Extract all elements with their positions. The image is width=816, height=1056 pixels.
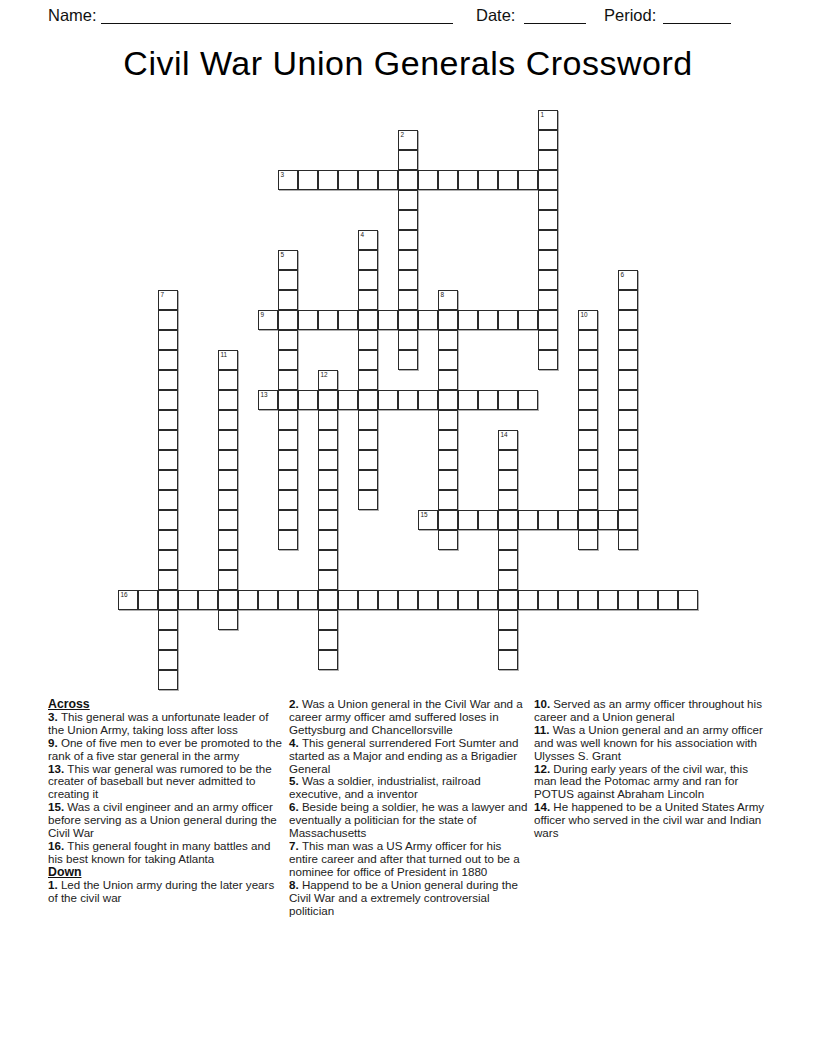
- grid-cell[interactable]: [378, 310, 398, 330]
- clue-item: 3. This general was a unfortunate leader…: [48, 711, 282, 737]
- clue-number: 5: [281, 251, 285, 258]
- grid-cell[interactable]: [418, 590, 438, 610]
- clue-column-3: 10. Served as an army officer throughout…: [534, 698, 770, 840]
- grid-cell[interactable]: [158, 410, 178, 430]
- clue-item: 5. Was a soldier, industrialist, railroa…: [289, 775, 530, 801]
- grid-cell[interactable]: [498, 490, 518, 510]
- grid-cell[interactable]: [398, 310, 418, 330]
- grid-cell[interactable]: [318, 610, 338, 630]
- grid-cell[interactable]: [578, 450, 598, 470]
- grid-cell[interactable]: [518, 590, 538, 610]
- clue-number: 14: [501, 431, 508, 438]
- grid-cell[interactable]: [278, 270, 298, 290]
- grid-cell[interactable]: [318, 390, 338, 410]
- grid-cell[interactable]: [358, 350, 378, 370]
- grid-cell[interactable]: [318, 470, 338, 490]
- grid-cell[interactable]: [478, 590, 498, 610]
- grid-cell[interactable]: [318, 650, 338, 670]
- grid-cell[interactable]: [158, 650, 178, 670]
- grid-cell[interactable]: [538, 210, 558, 230]
- grid-cell[interactable]: 15: [418, 510, 438, 530]
- grid-cell[interactable]: [418, 170, 438, 190]
- grid-cell[interactable]: [218, 370, 238, 390]
- grid-cell[interactable]: [278, 390, 298, 410]
- grid-cell[interactable]: [618, 310, 638, 330]
- grid-cell[interactable]: [618, 390, 638, 410]
- grid-cell[interactable]: [358, 310, 378, 330]
- grid-cell[interactable]: [278, 330, 298, 350]
- clue-column-2: 2. Was a Union general in the Civil War …: [289, 698, 530, 917]
- grid-cell[interactable]: [318, 570, 338, 590]
- grid-cell[interactable]: [318, 630, 338, 650]
- grid-cell[interactable]: [158, 630, 178, 650]
- grid-cell[interactable]: [498, 170, 518, 190]
- grid-cell[interactable]: 7: [158, 290, 178, 310]
- grid-cell[interactable]: [618, 590, 638, 610]
- grid-cell[interactable]: [478, 390, 498, 410]
- grid-cell[interactable]: [278, 290, 298, 310]
- grid-cell[interactable]: [618, 350, 638, 370]
- grid-cell[interactable]: [398, 250, 418, 270]
- grid-cell[interactable]: [358, 250, 378, 270]
- grid-cell[interactable]: [578, 350, 598, 370]
- grid-cell[interactable]: [158, 610, 178, 630]
- grid-cell[interactable]: 13: [258, 390, 278, 410]
- grid-cell[interactable]: [498, 470, 518, 490]
- grid-cell[interactable]: 1: [538, 110, 558, 130]
- grid-cell[interactable]: [298, 310, 318, 330]
- grid-cell[interactable]: [618, 430, 638, 450]
- clue-column-1: Across 3. This general was a unfortunate…: [48, 698, 282, 905]
- grid-cell[interactable]: [338, 590, 358, 610]
- grid-cell[interactable]: [438, 590, 458, 610]
- grid-cell[interactable]: [358, 170, 378, 190]
- grid-cell[interactable]: [278, 370, 298, 390]
- clue-number: 3: [281, 171, 285, 178]
- grid-cell[interactable]: 14: [498, 430, 518, 450]
- grid-cell[interactable]: [438, 370, 458, 390]
- grid-cell[interactable]: [378, 170, 398, 190]
- clue-number: 6: [621, 271, 625, 278]
- grid-cell[interactable]: 8: [438, 290, 458, 310]
- clue-number: 8: [441, 291, 445, 298]
- grid-cell[interactable]: [238, 590, 258, 610]
- grid-cell[interactable]: [618, 410, 638, 430]
- grid-cell[interactable]: [498, 590, 518, 610]
- grid-cell[interactable]: [358, 390, 378, 410]
- period-input-line[interactable]: [663, 8, 731, 24]
- grid-cell[interactable]: [498, 510, 518, 530]
- grid-cell[interactable]: 16: [118, 590, 138, 610]
- grid-cell[interactable]: [618, 490, 638, 510]
- grid-cell[interactable]: [438, 330, 458, 350]
- grid-cell[interactable]: [558, 510, 578, 530]
- grid-cell[interactable]: [538, 170, 558, 190]
- grid-cell[interactable]: [278, 450, 298, 470]
- grid-cell[interactable]: [338, 390, 358, 410]
- clue-item: 15. Was a civil engineer and an army off…: [48, 801, 282, 840]
- grid-cell[interactable]: [538, 350, 558, 370]
- grid-cell[interactable]: [318, 510, 338, 530]
- grid-cell[interactable]: [498, 450, 518, 470]
- grid-cell[interactable]: [618, 510, 638, 530]
- grid-cell[interactable]: [478, 310, 498, 330]
- grid-cell[interactable]: [158, 570, 178, 590]
- grid-cell[interactable]: [138, 590, 158, 610]
- grid-cell[interactable]: [438, 490, 458, 510]
- grid-cell[interactable]: [438, 410, 458, 430]
- grid-cell[interactable]: [338, 170, 358, 190]
- grid-cell[interactable]: [498, 530, 518, 550]
- grid-cell[interactable]: 11: [218, 350, 238, 370]
- grid-cell[interactable]: [218, 610, 238, 630]
- grid-cell[interactable]: [618, 530, 638, 550]
- grid-cell[interactable]: [578, 590, 598, 610]
- grid-cell[interactable]: [158, 330, 178, 350]
- clue-item: 2. Was a Union general in the Civil War …: [289, 698, 530, 737]
- clue-item: 7. This man was a US Army officer for hi…: [289, 840, 530, 879]
- grid-cell[interactable]: [278, 350, 298, 370]
- grid-cell[interactable]: [498, 310, 518, 330]
- grid-cell[interactable]: [618, 330, 638, 350]
- grid-cell[interactable]: [498, 570, 518, 590]
- grid-cell[interactable]: [218, 530, 238, 550]
- grid-cell[interactable]: [478, 510, 498, 530]
- grid-cell[interactable]: [438, 450, 458, 470]
- grid-cell[interactable]: [558, 590, 578, 610]
- grid-cell[interactable]: [318, 590, 338, 610]
- grid-cell[interactable]: 6: [618, 270, 638, 290]
- grid-cell[interactable]: [358, 290, 378, 310]
- clue-item: 14. He happened to be a United States Ar…: [534, 801, 770, 840]
- grid-cell[interactable]: [278, 430, 298, 450]
- grid-cell[interactable]: [318, 490, 338, 510]
- grid-cell[interactable]: [458, 170, 478, 190]
- grid-cell[interactable]: [158, 530, 178, 550]
- grid-cell[interactable]: [318, 450, 338, 470]
- down-clue-list-part2: 2. Was a Union general in the Civil War …: [289, 698, 530, 917]
- grid-cell[interactable]: [438, 470, 458, 490]
- grid-cell[interactable]: [358, 370, 378, 390]
- grid-cell[interactable]: [498, 650, 518, 670]
- grid-cell[interactable]: [278, 590, 298, 610]
- clue-item: 1. Led the Union army during the later y…: [48, 879, 282, 905]
- grid-cell[interactable]: [578, 530, 598, 550]
- grid-cell[interactable]: [538, 310, 558, 330]
- grid-cell[interactable]: [358, 430, 378, 450]
- grid-cell[interactable]: [578, 370, 598, 390]
- grid-cell[interactable]: [158, 670, 178, 690]
- grid-cell[interactable]: [278, 490, 298, 510]
- grid-cell[interactable]: 12: [318, 370, 338, 390]
- clue-item: 12. During early years of the civil war,…: [534, 763, 770, 802]
- grid-cell[interactable]: [538, 230, 558, 250]
- grid-cell[interactable]: [378, 390, 398, 410]
- grid-cell[interactable]: [578, 510, 598, 530]
- grid-cell[interactable]: [538, 290, 558, 310]
- grid-cell[interactable]: [598, 590, 618, 610]
- grid-cell[interactable]: [498, 390, 518, 410]
- grid-cell[interactable]: [418, 390, 438, 410]
- grid-cell[interactable]: [398, 330, 418, 350]
- grid-cell[interactable]: [518, 170, 538, 190]
- grid-cell[interactable]: 5: [278, 250, 298, 270]
- grid-cell[interactable]: [178, 590, 198, 610]
- clue-item: 13. This war general was rumored to be t…: [48, 763, 282, 802]
- clue-number: 7: [161, 291, 165, 298]
- grid-cell[interactable]: [158, 470, 178, 490]
- grid-cell[interactable]: [618, 370, 638, 390]
- grid-cell[interactable]: [458, 590, 478, 610]
- grid-cell[interactable]: [218, 450, 238, 470]
- grid-cell[interactable]: [518, 510, 538, 530]
- grid-cell[interactable]: [278, 470, 298, 490]
- grid-cell[interactable]: [438, 350, 458, 370]
- grid-cell[interactable]: [398, 230, 418, 250]
- down-clue-list-part1: 1. Led the Union army during the later y…: [48, 879, 282, 905]
- grid-cell[interactable]: 10: [578, 310, 598, 330]
- grid-cell[interactable]: [398, 170, 418, 190]
- clue-number: 15: [421, 511, 428, 518]
- grid-cell[interactable]: [218, 430, 238, 450]
- clue-number: 12: [321, 371, 328, 378]
- grid-cell[interactable]: [158, 510, 178, 530]
- grid-cell[interactable]: [218, 490, 238, 510]
- grid-cell[interactable]: [518, 310, 538, 330]
- grid-cell[interactable]: [318, 410, 338, 430]
- grid-cell[interactable]: [398, 150, 418, 170]
- grid-cell[interactable]: [158, 370, 178, 390]
- grid-cell[interactable]: 3: [278, 170, 298, 190]
- date-input-line[interactable]: [524, 8, 586, 24]
- grid-cell[interactable]: [218, 550, 238, 570]
- grid-cell[interactable]: 9: [258, 310, 278, 330]
- grid-cell[interactable]: [678, 590, 698, 610]
- grid-cell[interactable]: [518, 390, 538, 410]
- clue-item: 8. Happend to be a Union general during …: [289, 879, 530, 918]
- grid-cell[interactable]: [538, 250, 558, 270]
- grid-cell[interactable]: [438, 530, 458, 550]
- across-header: Across: [48, 698, 282, 711]
- grid-cell[interactable]: 4: [358, 230, 378, 250]
- grid-cell[interactable]: [398, 290, 418, 310]
- clue-item: 10. Served as an army officer throughout…: [534, 698, 770, 724]
- grid-cell[interactable]: [318, 170, 338, 190]
- grid-cell[interactable]: [358, 470, 378, 490]
- clue-number: 1: [541, 111, 545, 118]
- grid-cell[interactable]: [618, 470, 638, 490]
- clue-number: 4: [361, 231, 365, 238]
- grid-cell[interactable]: [478, 170, 498, 190]
- grid-cell[interactable]: [218, 390, 238, 410]
- grid-cell[interactable]: [538, 270, 558, 290]
- date-label: Date:: [476, 6, 515, 25]
- grid-cell[interactable]: [298, 390, 318, 410]
- grid-cell[interactable]: [218, 510, 238, 530]
- clue-item: 16. This general fought in many battles …: [48, 840, 282, 866]
- grid-cell[interactable]: [398, 210, 418, 230]
- name-input-line[interactable]: [101, 8, 453, 24]
- grid-cell[interactable]: [358, 410, 378, 430]
- grid-cell[interactable]: [458, 390, 478, 410]
- grid-cell[interactable]: [158, 390, 178, 410]
- grid-cell[interactable]: [498, 550, 518, 570]
- grid-cell[interactable]: [418, 310, 438, 330]
- down-header: Down: [48, 866, 282, 879]
- crossword-grid: 12345678910111213141516: [118, 110, 700, 692]
- grid-cell[interactable]: [438, 510, 458, 530]
- grid-cell[interactable]: [278, 410, 298, 430]
- grid-cell[interactable]: [318, 550, 338, 570]
- grid-cell[interactable]: [538, 130, 558, 150]
- grid-cell[interactable]: [338, 310, 358, 330]
- grid-cell[interactable]: [218, 570, 238, 590]
- grid-cell[interactable]: [538, 190, 558, 210]
- grid-cell[interactable]: [158, 310, 178, 330]
- grid-cell[interactable]: [538, 150, 558, 170]
- clue-item: 4. This general surrendered Fort Sumter …: [289, 737, 530, 776]
- grid-cell[interactable]: [158, 550, 178, 570]
- clue-item: 11. Was a Union general and an army offi…: [534, 724, 770, 763]
- grid-cell[interactable]: [538, 330, 558, 350]
- grid-cell[interactable]: [458, 510, 478, 530]
- grid-cell[interactable]: [578, 410, 598, 430]
- grid-cell[interactable]: [158, 490, 178, 510]
- grid-cell[interactable]: [538, 510, 558, 530]
- grid-cell[interactable]: [198, 590, 218, 610]
- grid-cell[interactable]: [498, 610, 518, 630]
- page-title: Civil War Union Generals Crossword: [0, 44, 816, 83]
- grid-cell[interactable]: [258, 590, 278, 610]
- grid-cell[interactable]: [618, 290, 638, 310]
- clue-number: 13: [261, 391, 268, 398]
- grid-cell[interactable]: [318, 430, 338, 450]
- down-clue-list-part3: 10. Served as an army officer throughout…: [534, 698, 770, 840]
- grid-cell[interactable]: [358, 450, 378, 470]
- grid-cell[interactable]: [438, 390, 458, 410]
- grid-cell[interactable]: [438, 310, 458, 330]
- grid-cell[interactable]: [318, 530, 338, 550]
- grid-cell[interactable]: [398, 350, 418, 370]
- grid-cell[interactable]: [158, 350, 178, 370]
- grid-cell[interactable]: [158, 590, 178, 610]
- grid-cell[interactable]: [578, 430, 598, 450]
- grid-cell[interactable]: [358, 270, 378, 290]
- grid-cell[interactable]: [538, 590, 558, 610]
- grid-cell[interactable]: [638, 590, 658, 610]
- grid-cell[interactable]: [358, 590, 378, 610]
- clue-item: 9. One of five men to ever be promoted t…: [48, 737, 282, 763]
- grid-cell[interactable]: [218, 590, 238, 610]
- clue-number: 11: [221, 351, 228, 358]
- name-label: Name:: [48, 6, 97, 25]
- grid-cell[interactable]: [278, 310, 298, 330]
- grid-cell[interactable]: [578, 390, 598, 410]
- grid-cell[interactable]: [498, 630, 518, 650]
- grid-cell[interactable]: [358, 330, 378, 350]
- grid-cell[interactable]: [598, 510, 618, 530]
- grid-cell[interactable]: [458, 310, 478, 330]
- grid-cell[interactable]: [398, 390, 418, 410]
- grid-cell[interactable]: [298, 590, 318, 610]
- grid-cell[interactable]: [578, 470, 598, 490]
- grid-cell[interactable]: [398, 590, 418, 610]
- grid-cell[interactable]: [378, 590, 398, 610]
- clue-number: 9: [261, 311, 265, 318]
- grid-cell[interactable]: [298, 170, 318, 190]
- grid-cell[interactable]: [358, 490, 378, 510]
- grid-cell[interactable]: [318, 310, 338, 330]
- grid-cell[interactable]: [158, 430, 178, 450]
- grid-cell[interactable]: [438, 170, 458, 190]
- grid-cell[interactable]: [278, 530, 298, 550]
- clue-number: 10: [581, 311, 588, 318]
- clue-number: 16: [121, 591, 128, 598]
- grid-cell[interactable]: [658, 590, 678, 610]
- grid-cell[interactable]: [438, 430, 458, 450]
- clue-number: 2: [401, 131, 405, 138]
- grid-cell[interactable]: [158, 450, 178, 470]
- grid-cell[interactable]: [218, 470, 238, 490]
- clue-item: 6. Beside being a soldier, he was a lawy…: [289, 801, 530, 840]
- grid-cell[interactable]: 2: [398, 130, 418, 150]
- grid-cell[interactable]: [398, 270, 418, 290]
- across-clue-list: 3. This general was a unfortunate leader…: [48, 711, 282, 866]
- grid-cell[interactable]: [618, 450, 638, 470]
- grid-cell[interactable]: [398, 190, 418, 210]
- grid-cell[interactable]: [578, 490, 598, 510]
- worksheet-page: Name: Date: Period: Civil War Union Gene…: [0, 0, 816, 1056]
- grid-cell[interactable]: [578, 330, 598, 350]
- period-label: Period:: [604, 6, 656, 25]
- grid-cell[interactable]: [278, 510, 298, 530]
- grid-cell[interactable]: [218, 410, 238, 430]
